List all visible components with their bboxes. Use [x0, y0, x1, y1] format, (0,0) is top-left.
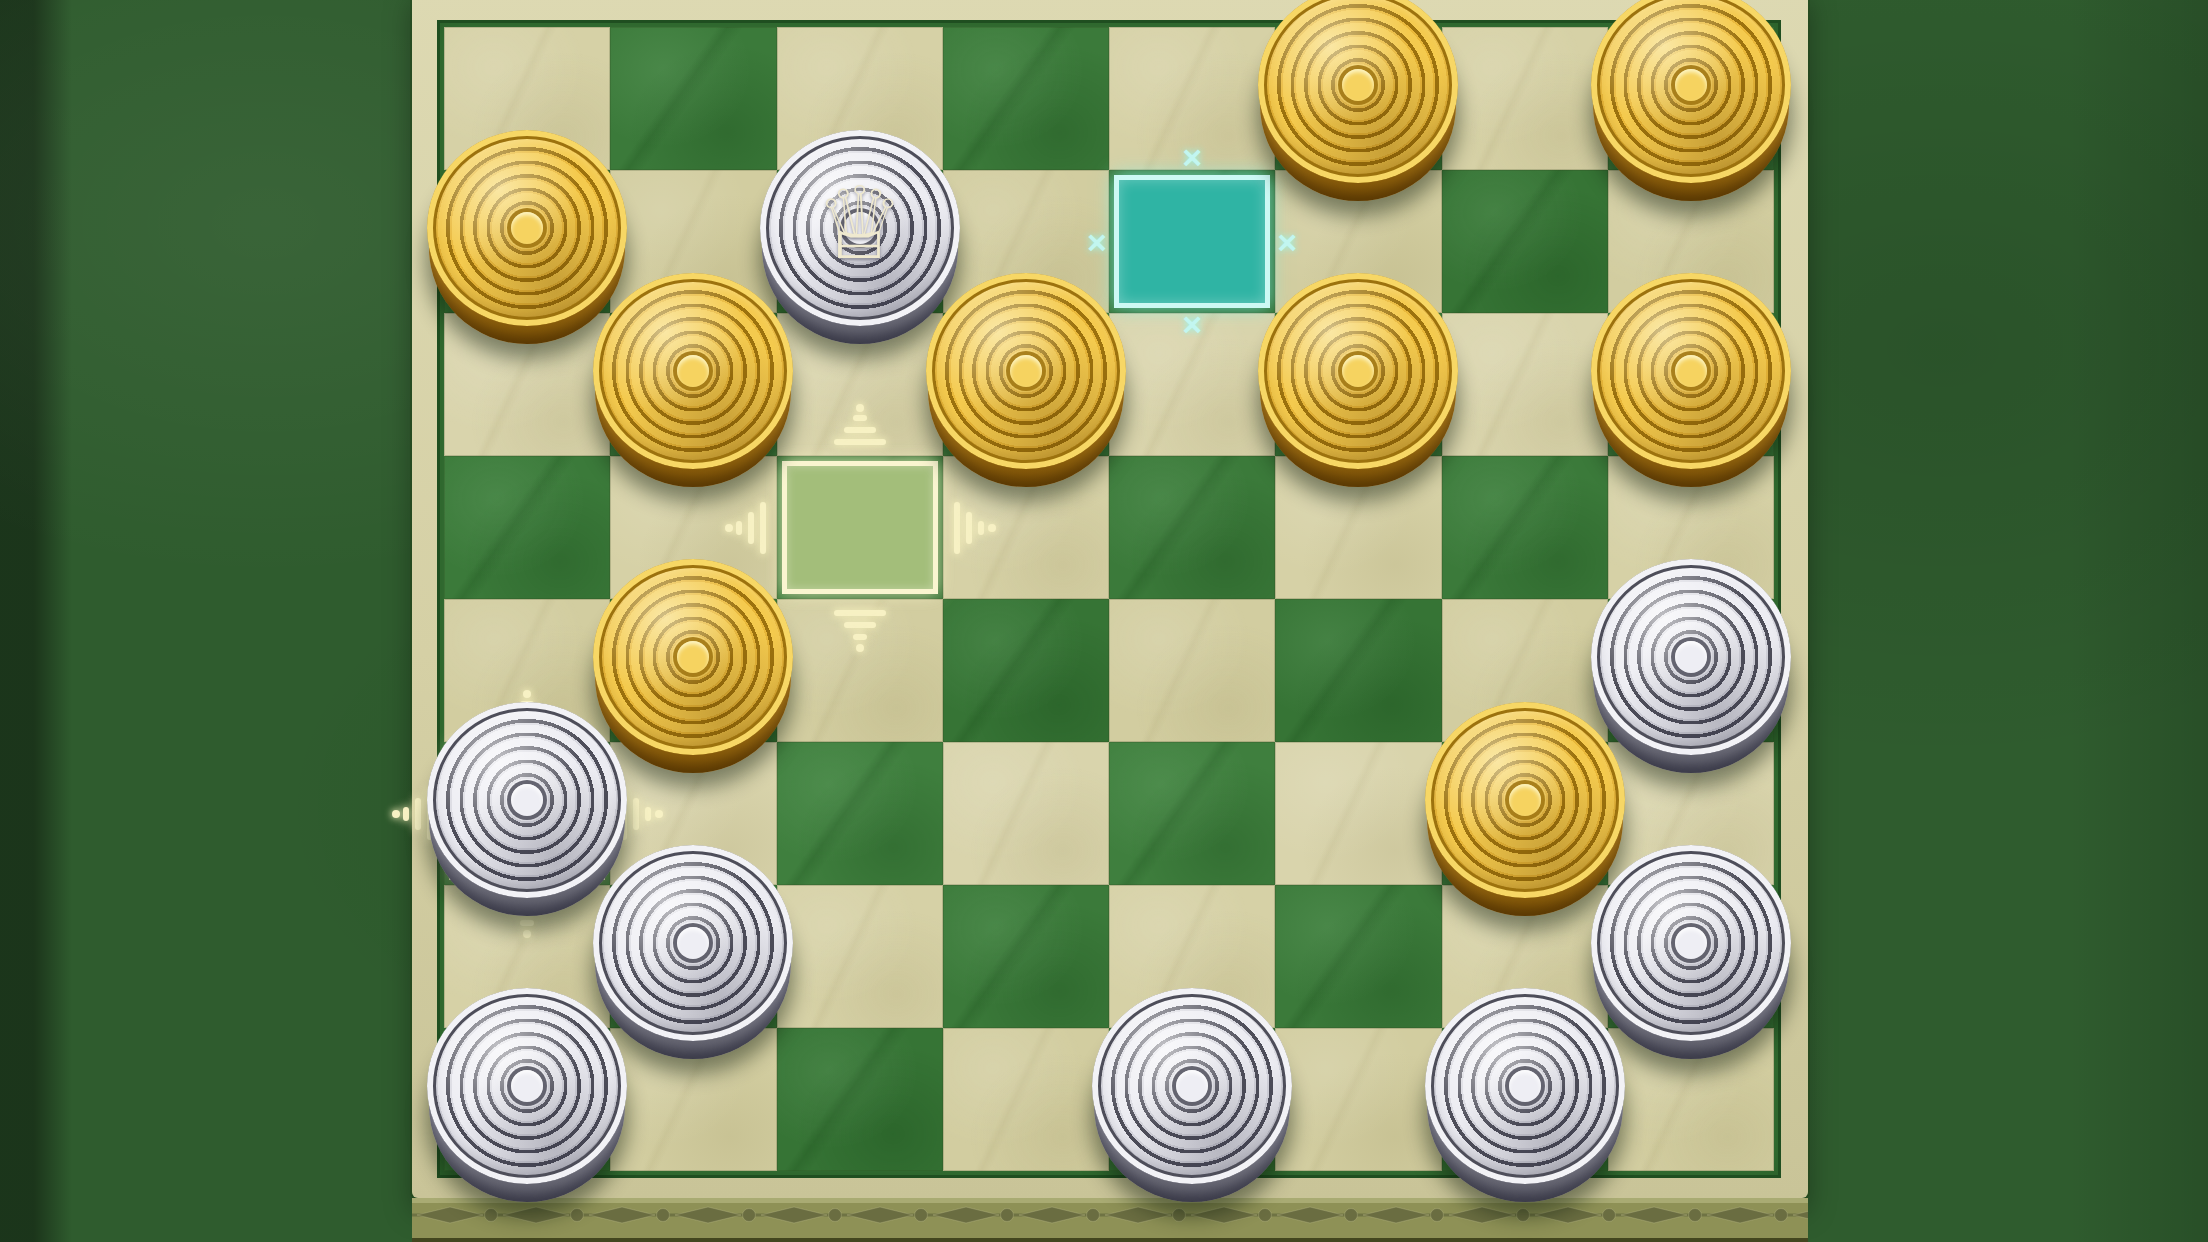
piece-layer: ♕	[444, 27, 1774, 1171]
gold-piece-r0c7[interactable]	[1591, 0, 1791, 187]
piece-face	[1425, 988, 1625, 1184]
pulse-dot	[392, 810, 400, 818]
piece-face	[427, 988, 627, 1184]
silver-piece-r7c0[interactable]	[427, 988, 627, 1188]
game-stage: ×××× ♕	[0, 0, 2208, 1242]
gold-piece-r2c5[interactable]	[1258, 273, 1458, 473]
piece-face	[1591, 273, 1791, 469]
gold-piece-r2c1[interactable]	[593, 273, 793, 473]
silver-piece-r7c4[interactable]	[1092, 988, 1292, 1188]
silver-piece-r7c6[interactable]	[1425, 988, 1625, 1188]
piece-face	[1258, 273, 1458, 469]
piece-face	[926, 273, 1126, 469]
ribbon-pattern	[412, 1198, 1808, 1242]
piece-face	[593, 273, 793, 469]
gold-piece-r0c5[interactable]	[1258, 0, 1458, 187]
pulse-bar	[403, 807, 409, 821]
piece-face	[1092, 988, 1292, 1184]
board-interior: ×××× ♕	[437, 20, 1781, 1178]
pulse-bar	[415, 798, 421, 830]
gold-piece-r2c7[interactable]	[1591, 273, 1791, 473]
gold-piece-r2c3[interactable]	[926, 273, 1126, 473]
board-frame: ×××× ♕	[412, 0, 1808, 1198]
decorative-ribbon	[412, 1198, 1808, 1242]
